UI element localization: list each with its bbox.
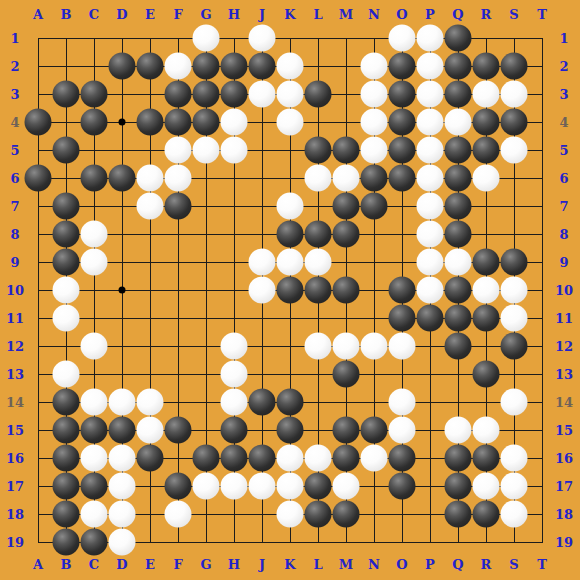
coord-label-left-15: 15 — [6, 424, 24, 437]
white-stone-C18[interactable] — [81, 501, 108, 528]
white-stone-S10[interactable] — [501, 277, 528, 304]
black-stone-Q8[interactable] — [445, 221, 472, 248]
white-stone-P4[interactable] — [417, 109, 444, 136]
white-stone-P1[interactable] — [417, 25, 444, 52]
white-stone-P9[interactable] — [417, 249, 444, 276]
white-stone-E6[interactable] — [137, 165, 164, 192]
black-stone-S4[interactable] — [501, 109, 528, 136]
white-stone-H4[interactable] — [221, 109, 248, 136]
coord-label-right-2: 2 — [559, 60, 568, 73]
white-stone-P3[interactable] — [417, 81, 444, 108]
coord-label-left-13: 13 — [6, 368, 24, 381]
black-stone-O10[interactable] — [389, 277, 416, 304]
white-stone-P8[interactable] — [417, 221, 444, 248]
coord-label-left-1: 1 — [10, 32, 19, 45]
black-stone-F15[interactable] — [165, 417, 192, 444]
black-stone-D15[interactable] — [109, 417, 136, 444]
coord-label-top-B: B — [61, 8, 72, 21]
black-stone-M15[interactable] — [333, 417, 360, 444]
white-stone-R6[interactable] — [473, 165, 500, 192]
white-stone-K16[interactable] — [277, 445, 304, 472]
white-stone-G17[interactable] — [193, 473, 220, 500]
black-stone-G16[interactable] — [193, 445, 220, 472]
black-stone-Q11[interactable] — [445, 305, 472, 332]
coord-label-right-15: 15 — [555, 424, 573, 437]
coord-label-right-17: 17 — [555, 480, 573, 493]
black-stone-O2[interactable] — [389, 53, 416, 80]
white-stone-B13[interactable] — [53, 361, 80, 388]
coord-label-left-6: 6 — [10, 172, 19, 185]
black-stone-C6[interactable] — [81, 165, 108, 192]
white-stone-E7[interactable] — [137, 193, 164, 220]
black-stone-O16[interactable] — [389, 445, 416, 472]
white-stone-S16[interactable] — [501, 445, 528, 472]
white-stone-Q4[interactable] — [445, 109, 472, 136]
white-stone-P2[interactable] — [417, 53, 444, 80]
coord-label-right-12: 12 — [555, 340, 573, 353]
black-stone-L8[interactable] — [305, 221, 332, 248]
black-stone-C4[interactable] — [81, 109, 108, 136]
white-stone-F2[interactable] — [165, 53, 192, 80]
black-stone-D2[interactable] — [109, 53, 136, 80]
black-stone-N15[interactable] — [361, 417, 388, 444]
white-stone-B11[interactable] — [53, 305, 80, 332]
black-stone-L18[interactable] — [305, 501, 332, 528]
black-stone-F3[interactable] — [165, 81, 192, 108]
black-stone-O17[interactable] — [389, 473, 416, 500]
white-stone-M12[interactable] — [333, 333, 360, 360]
white-stone-L12[interactable] — [305, 333, 332, 360]
coord-label-right-5: 5 — [559, 144, 568, 157]
black-stone-G3[interactable] — [193, 81, 220, 108]
black-stone-K8[interactable] — [277, 221, 304, 248]
coord-label-right-4: 4 — [559, 116, 568, 129]
white-stone-N16[interactable] — [361, 445, 388, 472]
black-stone-M10[interactable] — [333, 277, 360, 304]
coord-label-bottom-J: J — [259, 558, 265, 571]
black-stone-C3[interactable] — [81, 81, 108, 108]
black-stone-B16[interactable] — [53, 445, 80, 472]
coord-label-left-14: 14 — [6, 396, 24, 409]
black-stone-Q16[interactable] — [445, 445, 472, 472]
coord-label-top-C: C — [89, 8, 99, 21]
coord-label-left-10: 10 — [6, 284, 24, 297]
coord-label-left-7: 7 — [10, 200, 19, 213]
black-stone-C17[interactable] — [81, 473, 108, 500]
coord-label-bottom-T: T — [537, 558, 547, 571]
black-stone-O11[interactable] — [389, 305, 416, 332]
coord-label-top-R: R — [481, 8, 492, 21]
white-stone-C8[interactable] — [81, 221, 108, 248]
coord-label-top-P: P — [425, 8, 435, 21]
coord-label-right-3: 3 — [559, 88, 568, 101]
coord-label-bottom-L: L — [313, 558, 322, 571]
black-stone-O6[interactable] — [389, 165, 416, 192]
black-stone-B15[interactable] — [53, 417, 80, 444]
black-stone-K14[interactable] — [277, 389, 304, 416]
coord-label-right-9: 9 — [559, 256, 568, 269]
white-stone-K18[interactable] — [277, 501, 304, 528]
white-stone-L16[interactable] — [305, 445, 332, 472]
black-stone-M18[interactable] — [333, 501, 360, 528]
coord-label-bottom-S: S — [509, 558, 518, 571]
black-stone-Q6[interactable] — [445, 165, 472, 192]
black-stone-O4[interactable] — [389, 109, 416, 136]
coord-label-bottom-M: M — [339, 558, 353, 571]
coord-label-left-17: 17 — [6, 480, 24, 493]
black-stone-P11[interactable] — [417, 305, 444, 332]
white-stone-Q9[interactable] — [445, 249, 472, 276]
white-stone-R15[interactable] — [473, 417, 500, 444]
white-stone-K3[interactable] — [277, 81, 304, 108]
black-stone-B5[interactable] — [53, 137, 80, 164]
black-stone-E4[interactable] — [137, 109, 164, 136]
coord-label-top-Q: Q — [452, 8, 463, 21]
coord-label-bottom-P: P — [425, 558, 435, 571]
white-stone-N2[interactable] — [361, 53, 388, 80]
white-stone-S3[interactable] — [501, 81, 528, 108]
white-stone-P5[interactable] — [417, 137, 444, 164]
black-stone-B7[interactable] — [53, 193, 80, 220]
white-stone-D14[interactable] — [109, 389, 136, 416]
black-stone-R4[interactable] — [473, 109, 500, 136]
coord-label-top-A: A — [33, 8, 43, 21]
black-stone-S12[interactable] — [501, 333, 528, 360]
coord-label-right-7: 7 — [559, 200, 568, 213]
black-stone-G2[interactable] — [193, 53, 220, 80]
black-stone-Q10[interactable] — [445, 277, 472, 304]
coord-label-top-G: G — [200, 8, 211, 21]
black-stone-N6[interactable] — [361, 165, 388, 192]
coord-label-bottom-H: H — [228, 558, 240, 571]
white-stone-H17[interactable] — [221, 473, 248, 500]
coord-label-left-2: 2 — [10, 60, 19, 73]
black-stone-L5[interactable] — [305, 137, 332, 164]
white-stone-S11[interactable] — [501, 305, 528, 332]
coord-label-left-19: 19 — [6, 536, 24, 549]
white-stone-J1[interactable] — [249, 25, 276, 52]
white-stone-H13[interactable] — [221, 361, 248, 388]
white-stone-O1[interactable] — [389, 25, 416, 52]
coord-label-bottom-F: F — [173, 558, 182, 571]
black-stone-E2[interactable] — [137, 53, 164, 80]
black-stone-F17[interactable] — [165, 473, 192, 500]
white-stone-D17[interactable] — [109, 473, 136, 500]
white-stone-O14[interactable] — [389, 389, 416, 416]
white-stone-N4[interactable] — [361, 109, 388, 136]
white-stone-G1[interactable] — [193, 25, 220, 52]
white-stone-H12[interactable] — [221, 333, 248, 360]
white-stone-N5[interactable] — [361, 137, 388, 164]
white-stone-K2[interactable] — [277, 53, 304, 80]
black-stone-H16[interactable] — [221, 445, 248, 472]
black-stone-L3[interactable] — [305, 81, 332, 108]
grid-line-horizontal — [38, 374, 543, 375]
black-stone-B3[interactable] — [53, 81, 80, 108]
white-stone-Q15[interactable] — [445, 417, 472, 444]
black-stone-R11[interactable] — [473, 305, 500, 332]
coord-label-top-N: N — [368, 8, 380, 21]
coord-label-bottom-N: N — [368, 558, 380, 571]
coord-label-top-H: H — [228, 8, 240, 21]
coord-label-top-E: E — [145, 8, 155, 21]
white-stone-F18[interactable] — [165, 501, 192, 528]
coord-label-right-18: 18 — [555, 508, 573, 521]
black-stone-D6[interactable] — [109, 165, 136, 192]
white-stone-M17[interactable] — [333, 473, 360, 500]
black-stone-F7[interactable] — [165, 193, 192, 220]
coord-label-bottom-B: B — [61, 558, 72, 571]
black-stone-H3[interactable] — [221, 81, 248, 108]
coord-label-right-6: 6 — [559, 172, 568, 185]
black-stone-M5[interactable] — [333, 137, 360, 164]
white-stone-N12[interactable] — [361, 333, 388, 360]
white-stone-P7[interactable] — [417, 193, 444, 220]
black-stone-E16[interactable] — [137, 445, 164, 472]
coord-label-top-T: T — [537, 8, 547, 21]
coord-label-left-18: 18 — [6, 508, 24, 521]
black-stone-J2[interactable] — [249, 53, 276, 80]
black-stone-J16[interactable] — [249, 445, 276, 472]
white-stone-B10[interactable] — [53, 277, 80, 304]
black-stone-B8[interactable] — [53, 221, 80, 248]
coord-label-left-4: 4 — [10, 116, 19, 129]
coord-label-top-S: S — [509, 8, 518, 21]
white-stone-M6[interactable] — [333, 165, 360, 192]
coord-label-left-12: 12 — [6, 340, 24, 353]
coord-label-right-13: 13 — [555, 368, 573, 381]
white-stone-J9[interactable] — [249, 249, 276, 276]
coord-label-right-10: 10 — [555, 284, 573, 297]
black-stone-C15[interactable] — [81, 417, 108, 444]
coord-label-left-5: 5 — [10, 144, 19, 157]
black-stone-A6[interactable] — [25, 165, 52, 192]
coord-label-top-M: M — [339, 8, 353, 21]
coord-label-left-3: 3 — [10, 88, 19, 101]
black-stone-B18[interactable] — [53, 501, 80, 528]
black-stone-Q2[interactable] — [445, 53, 472, 80]
coord-label-bottom-K: K — [284, 558, 295, 571]
white-stone-E14[interactable] — [137, 389, 164, 416]
white-stone-P10[interactable] — [417, 277, 444, 304]
coord-label-left-9: 9 — [10, 256, 19, 269]
black-stone-Q1[interactable] — [445, 25, 472, 52]
white-stone-J10[interactable] — [249, 277, 276, 304]
white-stone-O15[interactable] — [389, 417, 416, 444]
coord-label-bottom-D: D — [116, 558, 127, 571]
coord-label-top-L: L — [313, 8, 322, 21]
black-stone-F4[interactable] — [165, 109, 192, 136]
coord-label-top-J: J — [259, 8, 265, 21]
coord-label-bottom-C: C — [89, 558, 99, 571]
white-stone-P6[interactable] — [417, 165, 444, 192]
black-stone-R13[interactable] — [473, 361, 500, 388]
black-stone-M7[interactable] — [333, 193, 360, 220]
black-stone-C19[interactable] — [81, 529, 108, 556]
white-stone-J3[interactable] — [249, 81, 276, 108]
white-stone-C12[interactable] — [81, 333, 108, 360]
black-stone-S9[interactable] — [501, 249, 528, 276]
coord-label-right-11: 11 — [555, 312, 573, 325]
black-stone-M13[interactable] — [333, 361, 360, 388]
coord-label-left-16: 16 — [6, 452, 24, 465]
coord-label-bottom-E: E — [145, 558, 155, 571]
white-stone-R17[interactable] — [473, 473, 500, 500]
black-stone-R18[interactable] — [473, 501, 500, 528]
white-stone-D16[interactable] — [109, 445, 136, 472]
grid-line-vertical — [542, 38, 543, 543]
coord-label-left-11: 11 — [6, 312, 24, 325]
coord-label-right-16: 16 — [555, 452, 573, 465]
black-stone-L10[interactable] — [305, 277, 332, 304]
coord-label-bottom-Q: Q — [452, 558, 463, 571]
white-stone-E15[interactable] — [137, 417, 164, 444]
white-stone-C16[interactable] — [81, 445, 108, 472]
white-stone-K7[interactable] — [277, 193, 304, 220]
white-stone-K4[interactable] — [277, 109, 304, 136]
black-stone-B19[interactable] — [53, 529, 80, 556]
white-stone-S14[interactable] — [501, 389, 528, 416]
black-stone-H15[interactable] — [221, 417, 248, 444]
black-stone-M16[interactable] — [333, 445, 360, 472]
coord-label-top-O: O — [396, 8, 407, 21]
white-stone-R3[interactable] — [473, 81, 500, 108]
black-stone-S2[interactable] — [501, 53, 528, 80]
coord-label-right-19: 19 — [555, 536, 573, 549]
black-stone-B9[interactable] — [53, 249, 80, 276]
white-stone-G5[interactable] — [193, 137, 220, 164]
black-stone-B14[interactable] — [53, 389, 80, 416]
white-stone-L6[interactable] — [305, 165, 332, 192]
white-stone-K9[interactable] — [277, 249, 304, 276]
black-stone-Q3[interactable] — [445, 81, 472, 108]
white-stone-D18[interactable] — [109, 501, 136, 528]
coord-label-bottom-R: R — [481, 558, 492, 571]
black-stone-J14[interactable] — [249, 389, 276, 416]
white-stone-C9[interactable] — [81, 249, 108, 276]
star-point-D4 — [119, 119, 126, 126]
black-stone-R16[interactable] — [473, 445, 500, 472]
white-stone-N3[interactable] — [361, 81, 388, 108]
coord-label-right-14: 14 — [555, 396, 573, 409]
black-stone-R5[interactable] — [473, 137, 500, 164]
black-stone-H2[interactable] — [221, 53, 248, 80]
black-stone-A4[interactable] — [25, 109, 52, 136]
black-stone-R9[interactable] — [473, 249, 500, 276]
black-stone-O5[interactable] — [389, 137, 416, 164]
black-stone-M8[interactable] — [333, 221, 360, 248]
coord-label-right-8: 8 — [559, 228, 568, 241]
black-stone-Q5[interactable] — [445, 137, 472, 164]
white-stone-F5[interactable] — [165, 137, 192, 164]
white-stone-J17[interactable] — [249, 473, 276, 500]
coord-label-bottom-A: A — [33, 558, 43, 571]
white-stone-R10[interactable] — [473, 277, 500, 304]
black-stone-B17[interactable] — [53, 473, 80, 500]
black-stone-K15[interactable] — [277, 417, 304, 444]
black-stone-L17[interactable] — [305, 473, 332, 500]
coord-label-bottom-G: G — [200, 558, 211, 571]
coord-label-top-D: D — [116, 8, 127, 21]
white-stone-H14[interactable] — [221, 389, 248, 416]
white-stone-H5[interactable] — [221, 137, 248, 164]
white-stone-S17[interactable] — [501, 473, 528, 500]
white-stone-K17[interactable] — [277, 473, 304, 500]
white-stone-L9[interactable] — [305, 249, 332, 276]
white-stone-D19[interactable] — [109, 529, 136, 556]
black-stone-Q17[interactable] — [445, 473, 472, 500]
go-board[interactable]: AABBCCDDEEFFGGHHJJKKLLMMNNOOPPQQRRSSTT11… — [0, 0, 580, 580]
black-stone-N7[interactable] — [361, 193, 388, 220]
white-stone-F6[interactable] — [165, 165, 192, 192]
white-stone-C14[interactable] — [81, 389, 108, 416]
white-stone-O12[interactable] — [389, 333, 416, 360]
coord-label-top-K: K — [284, 8, 295, 21]
coord-label-bottom-O: O — [396, 558, 407, 571]
black-stone-R2[interactable] — [473, 53, 500, 80]
black-stone-K10[interactable] — [277, 277, 304, 304]
black-stone-O3[interactable] — [389, 81, 416, 108]
star-point-D10 — [119, 287, 126, 294]
white-stone-S18[interactable] — [501, 501, 528, 528]
white-stone-S5[interactable] — [501, 137, 528, 164]
black-stone-Q18[interactable] — [445, 501, 472, 528]
coord-label-left-8: 8 — [10, 228, 19, 241]
black-stone-Q7[interactable] — [445, 193, 472, 220]
coord-label-top-F: F — [173, 8, 182, 21]
coord-label-right-1: 1 — [559, 32, 568, 45]
black-stone-Q12[interactable] — [445, 333, 472, 360]
black-stone-G4[interactable] — [193, 109, 220, 136]
